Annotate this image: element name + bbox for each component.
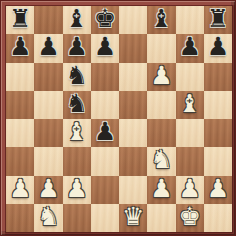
white-pawn-f6[interactable]: ♟ <box>150 63 172 90</box>
square-e7[interactable] <box>119 34 147 62</box>
square-a2[interactable]: ♟ <box>6 176 34 204</box>
square-a1[interactable] <box>6 204 34 232</box>
square-g8[interactable] <box>176 6 204 34</box>
black-bishop-f8[interactable]: ♝ <box>150 6 172 33</box>
square-a7[interactable]: ♟ <box>6 34 34 62</box>
square-h3[interactable] <box>204 147 232 175</box>
white-queen-e1[interactable]: ♛ <box>122 204 144 231</box>
square-h1[interactable] <box>204 204 232 232</box>
chess-board: ♜♝♚♝♜♟♟♟♟♟♟♞♟♞♝♝♟♞♟♟♟♟♟♟♞♛♚ <box>6 6 232 232</box>
square-d7[interactable]: ♟ <box>91 34 119 62</box>
square-f5[interactable] <box>147 91 175 119</box>
white-pawn-c2[interactable]: ♟ <box>65 176 87 203</box>
square-c1[interactable] <box>63 204 91 232</box>
square-b3[interactable] <box>34 147 62 175</box>
square-f2[interactable]: ♟ <box>147 176 175 204</box>
black-king-d8[interactable]: ♚ <box>94 6 116 33</box>
black-pawn-d4[interactable]: ♟ <box>94 119 116 146</box>
square-h7[interactable]: ♟ <box>204 34 232 62</box>
square-h8[interactable]: ♜ <box>204 6 232 34</box>
square-d6[interactable] <box>91 63 119 91</box>
white-bishop-g5[interactable]: ♝ <box>178 91 200 118</box>
square-g3[interactable] <box>176 147 204 175</box>
square-c2[interactable]: ♟ <box>63 176 91 204</box>
black-pawn-c7[interactable]: ♟ <box>65 34 87 61</box>
square-g5[interactable]: ♝ <box>176 91 204 119</box>
square-d4[interactable]: ♟ <box>91 119 119 147</box>
white-pawn-h2[interactable]: ♟ <box>207 176 229 203</box>
white-pawn-f2[interactable]: ♟ <box>150 176 172 203</box>
black-pawn-a7[interactable]: ♟ <box>9 34 31 61</box>
square-d3[interactable] <box>91 147 119 175</box>
square-c3[interactable] <box>63 147 91 175</box>
board-frame: ♜♝♚♝♜♟♟♟♟♟♟♞♟♞♝♝♟♞♟♟♟♟♟♟♞♛♚ <box>0 0 236 236</box>
square-b2[interactable]: ♟ <box>34 176 62 204</box>
black-pawn-g7[interactable]: ♟ <box>178 34 200 61</box>
square-a5[interactable] <box>6 91 34 119</box>
white-knight-f3[interactable]: ♞ <box>150 147 172 174</box>
square-g2[interactable]: ♟ <box>176 176 204 204</box>
square-d2[interactable] <box>91 176 119 204</box>
black-bishop-c8[interactable]: ♝ <box>65 6 87 33</box>
square-e8[interactable] <box>119 6 147 34</box>
black-rook-h8[interactable]: ♜ <box>207 6 229 33</box>
square-e2[interactable] <box>119 176 147 204</box>
square-d5[interactable] <box>91 91 119 119</box>
square-d1[interactable] <box>91 204 119 232</box>
square-f8[interactable]: ♝ <box>147 6 175 34</box>
square-f6[interactable]: ♟ <box>147 63 175 91</box>
square-a6[interactable] <box>6 63 34 91</box>
square-f1[interactable] <box>147 204 175 232</box>
square-c6[interactable]: ♞ <box>63 63 91 91</box>
square-a8[interactable]: ♜ <box>6 6 34 34</box>
square-e4[interactable] <box>119 119 147 147</box>
square-f3[interactable]: ♞ <box>147 147 175 175</box>
square-h5[interactable] <box>204 91 232 119</box>
white-king-g1[interactable]: ♚ <box>178 204 200 231</box>
square-c7[interactable]: ♟ <box>63 34 91 62</box>
square-e5[interactable] <box>119 91 147 119</box>
square-h4[interactable] <box>204 119 232 147</box>
square-h2[interactable]: ♟ <box>204 176 232 204</box>
square-b1[interactable]: ♞ <box>34 204 62 232</box>
square-g1[interactable]: ♚ <box>176 204 204 232</box>
square-h6[interactable] <box>204 63 232 91</box>
square-f4[interactable] <box>147 119 175 147</box>
square-b5[interactable] <box>34 91 62 119</box>
square-a4[interactable] <box>6 119 34 147</box>
black-pawn-h7[interactable]: ♟ <box>207 34 229 61</box>
black-pawn-d7[interactable]: ♟ <box>94 34 116 61</box>
square-e6[interactable] <box>119 63 147 91</box>
square-g4[interactable] <box>176 119 204 147</box>
square-d8[interactable]: ♚ <box>91 6 119 34</box>
square-g7[interactable]: ♟ <box>176 34 204 62</box>
black-pawn-b7[interactable]: ♟ <box>37 34 59 61</box>
white-bishop-c4[interactable]: ♝ <box>65 119 87 146</box>
square-g6[interactable] <box>176 63 204 91</box>
white-pawn-g2[interactable]: ♟ <box>178 176 200 203</box>
square-e1[interactable]: ♛ <box>119 204 147 232</box>
black-knight-c5[interactable]: ♞ <box>65 91 87 118</box>
square-b7[interactable]: ♟ <box>34 34 62 62</box>
black-rook-a8[interactable]: ♜ <box>9 6 31 33</box>
square-c8[interactable]: ♝ <box>63 6 91 34</box>
square-c4[interactable]: ♝ <box>63 119 91 147</box>
white-pawn-a2[interactable]: ♟ <box>9 176 31 203</box>
square-b6[interactable] <box>34 63 62 91</box>
square-a3[interactable] <box>6 147 34 175</box>
black-knight-c6[interactable]: ♞ <box>65 63 87 90</box>
square-b8[interactable] <box>34 6 62 34</box>
square-e3[interactable] <box>119 147 147 175</box>
square-f7[interactable] <box>147 34 175 62</box>
white-knight-b1[interactable]: ♞ <box>37 204 59 231</box>
square-c5[interactable]: ♞ <box>63 91 91 119</box>
white-pawn-b2[interactable]: ♟ <box>37 176 59 203</box>
square-b4[interactable] <box>34 119 62 147</box>
